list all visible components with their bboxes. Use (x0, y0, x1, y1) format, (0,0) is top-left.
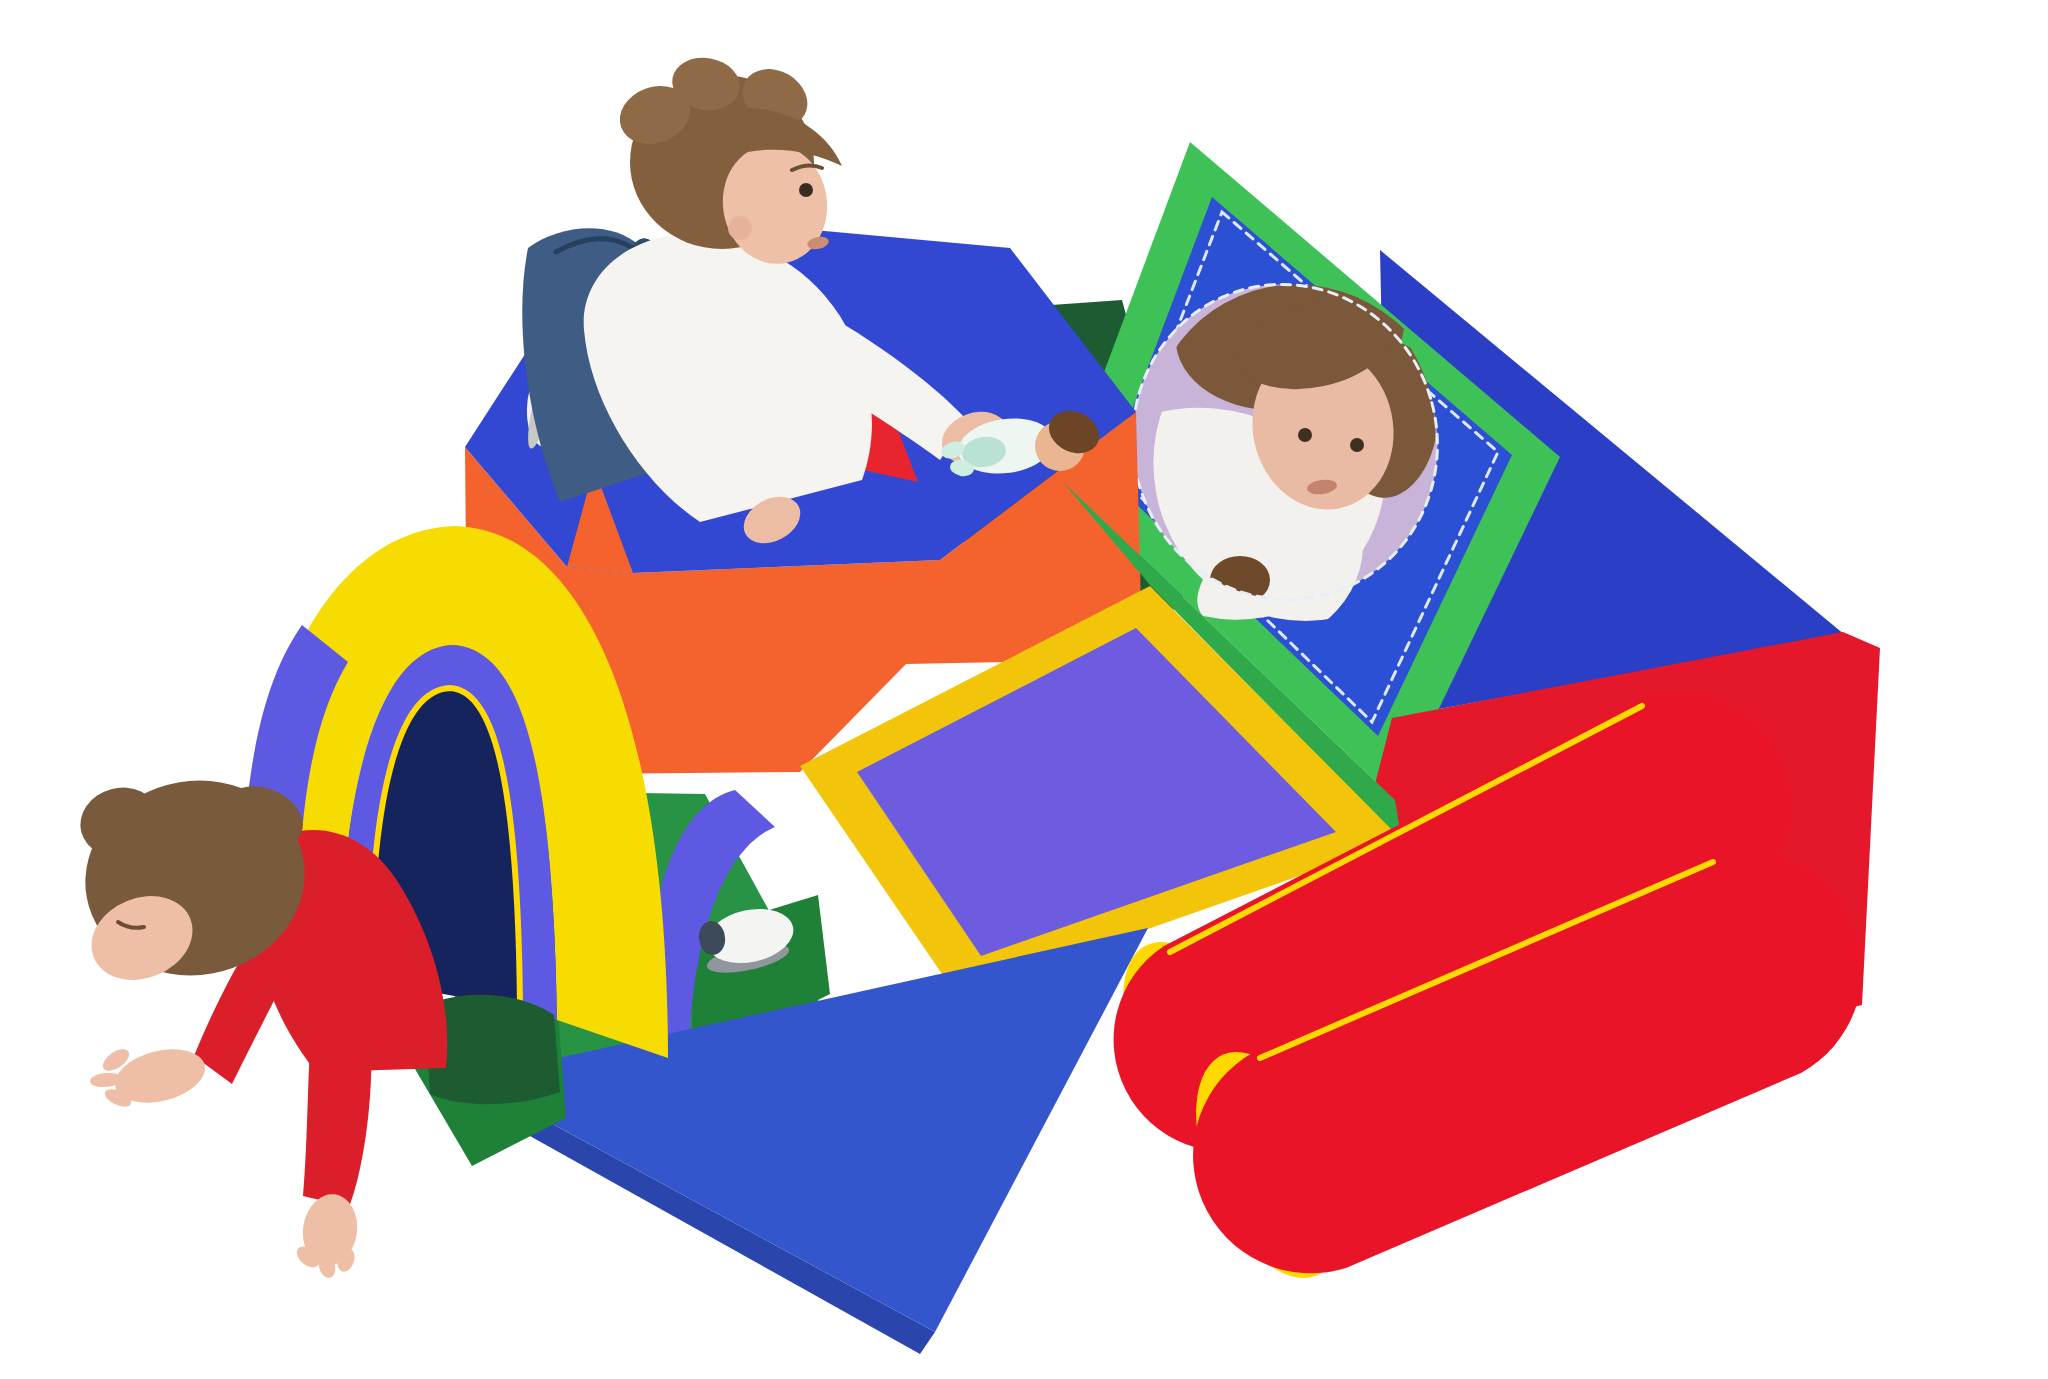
toddler-white-ear (728, 216, 752, 240)
scene-svg (0, 0, 2048, 1379)
toddler-white-eye (799, 183, 813, 197)
reflection-eye-right (1350, 438, 1364, 452)
product-photo (0, 0, 2048, 1379)
reflection-eye-left (1298, 428, 1312, 442)
